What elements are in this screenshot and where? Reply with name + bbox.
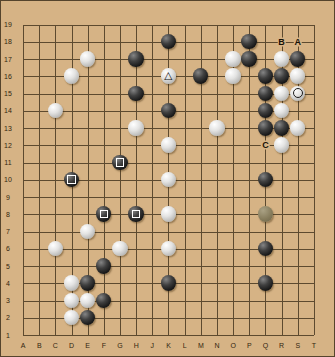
intersection-D19[interactable] — [63, 16, 79, 33]
intersection-P1[interactable] — [241, 327, 257, 344]
intersection-R13[interactable] — [274, 120, 290, 137]
intersection-O18[interactable] — [225, 33, 241, 50]
intersection-G19[interactable] — [112, 16, 128, 33]
intersection-H15[interactable] — [128, 85, 144, 102]
white-stone[interactable] — [48, 241, 63, 256]
intersection-E1[interactable] — [80, 327, 96, 344]
intersection-H3[interactable] — [128, 292, 144, 309]
intersection-S9[interactable] — [290, 189, 306, 206]
intersection-C14[interactable] — [47, 102, 63, 119]
black-stone[interactable] — [128, 206, 143, 221]
intersection-C12[interactable] — [47, 137, 63, 154]
intersection-Q2[interactable] — [257, 309, 273, 326]
intersection-A1[interactable] — [15, 327, 31, 344]
intersection-P17[interactable] — [241, 51, 257, 68]
intersection-Q14[interactable] — [257, 102, 273, 119]
intersection-S17[interactable] — [290, 51, 306, 68]
intersection-O12[interactable] — [225, 137, 241, 154]
intersection-O14[interactable] — [225, 102, 241, 119]
intersection-M2[interactable] — [193, 309, 209, 326]
intersection-Q8[interactable] — [257, 206, 273, 223]
intersection-P12[interactable] — [241, 137, 257, 154]
intersection-Q13[interactable] — [257, 120, 273, 137]
intersection-O4[interactable] — [225, 275, 241, 292]
intersection-T10[interactable] — [306, 171, 322, 188]
intersection-O6[interactable] — [225, 240, 241, 257]
intersection-B9[interactable] — [31, 189, 47, 206]
intersection-P16[interactable] — [241, 68, 257, 85]
intersection-J5[interactable] — [144, 258, 160, 275]
intersection-L16[interactable] — [177, 68, 193, 85]
intersection-C16[interactable] — [47, 68, 63, 85]
intersection-L15[interactable] — [177, 85, 193, 102]
intersection-H13[interactable] — [128, 120, 144, 137]
intersection-B7[interactable] — [31, 223, 47, 240]
intersection-S18[interactable]: A — [290, 33, 306, 50]
intersection-M16[interactable] — [193, 68, 209, 85]
intersection-G11[interactable] — [112, 154, 128, 171]
intersection-A10[interactable] — [15, 171, 31, 188]
intersection-K17[interactable] — [160, 51, 176, 68]
intersection-B4[interactable] — [31, 275, 47, 292]
intersection-R5[interactable] — [274, 258, 290, 275]
intersection-K18[interactable] — [160, 33, 176, 50]
intersection-J11[interactable] — [144, 154, 160, 171]
intersection-K13[interactable] — [160, 120, 176, 137]
intersection-E17[interactable] — [80, 51, 96, 68]
intersection-N6[interactable] — [209, 240, 225, 257]
white-stone[interactable] — [209, 120, 224, 135]
black-stone[interactable] — [112, 155, 127, 170]
intersection-O1[interactable] — [225, 327, 241, 344]
intersection-P13[interactable] — [241, 120, 257, 137]
intersection-D7[interactable] — [63, 223, 79, 240]
intersection-K12[interactable] — [160, 137, 176, 154]
intersection-J16[interactable] — [144, 68, 160, 85]
intersection-S16[interactable] — [290, 68, 306, 85]
intersection-L11[interactable] — [177, 154, 193, 171]
intersection-T1[interactable] — [306, 327, 322, 344]
intersection-J10[interactable] — [144, 171, 160, 188]
intersection-J4[interactable] — [144, 275, 160, 292]
intersection-T17[interactable] — [306, 51, 322, 68]
intersection-J18[interactable] — [144, 33, 160, 50]
intersection-S15[interactable] — [290, 85, 306, 102]
intersection-K15[interactable] — [160, 85, 176, 102]
intersection-T19[interactable] — [306, 16, 322, 33]
intersection-B15[interactable] — [31, 85, 47, 102]
intersection-M14[interactable] — [193, 102, 209, 119]
black-stone[interactable] — [241, 51, 256, 66]
black-stone[interactable] — [80, 310, 95, 325]
intersection-R3[interactable] — [274, 292, 290, 309]
intersection-K11[interactable] — [160, 154, 176, 171]
intersection-Q18[interactable] — [257, 33, 273, 50]
intersection-L5[interactable] — [177, 258, 193, 275]
intersection-G12[interactable] — [112, 137, 128, 154]
intersection-G16[interactable] — [112, 68, 128, 85]
intersection-T7[interactable] — [306, 223, 322, 240]
intersection-B3[interactable] — [31, 292, 47, 309]
intersection-H12[interactable] — [128, 137, 144, 154]
black-stone[interactable] — [258, 68, 273, 83]
intersection-Q1[interactable] — [257, 327, 273, 344]
intersection-N12[interactable] — [209, 137, 225, 154]
intersection-F13[interactable] — [96, 120, 112, 137]
intersection-N14[interactable] — [209, 102, 225, 119]
intersection-C1[interactable] — [47, 327, 63, 344]
intersection-S5[interactable] — [290, 258, 306, 275]
intersection-O19[interactable] — [225, 16, 241, 33]
intersection-E14[interactable] — [80, 102, 96, 119]
intersection-G3[interactable] — [112, 292, 128, 309]
intersection-M19[interactable] — [193, 16, 209, 33]
intersection-S8[interactable] — [290, 206, 306, 223]
intersection-A18[interactable] — [15, 33, 31, 50]
intersection-C4[interactable] — [47, 275, 63, 292]
intersection-P6[interactable] — [241, 240, 257, 257]
intersection-R15[interactable] — [274, 85, 290, 102]
intersection-F11[interactable] — [96, 154, 112, 171]
intersection-E5[interactable] — [80, 258, 96, 275]
intersection-O11[interactable] — [225, 154, 241, 171]
intersection-S3[interactable] — [290, 292, 306, 309]
black-stone[interactable] — [161, 275, 176, 290]
intersection-S4[interactable] — [290, 275, 306, 292]
intersection-J17[interactable] — [144, 51, 160, 68]
intersection-O7[interactable] — [225, 223, 241, 240]
intersection-R10[interactable] — [274, 171, 290, 188]
intersection-K1[interactable] — [160, 327, 176, 344]
intersection-G1[interactable] — [112, 327, 128, 344]
intersection-R16[interactable] — [274, 68, 290, 85]
intersection-J1[interactable] — [144, 327, 160, 344]
white-stone[interactable]: △ — [161, 68, 176, 83]
intersection-T18[interactable] — [306, 33, 322, 50]
intersection-L13[interactable] — [177, 120, 193, 137]
white-stone[interactable] — [274, 51, 289, 66]
intersection-H1[interactable] — [128, 327, 144, 344]
black-stone[interactable] — [258, 120, 273, 135]
intersection-E11[interactable] — [80, 154, 96, 171]
white-stone[interactable] — [64, 275, 79, 290]
intersection-E15[interactable] — [80, 85, 96, 102]
intersection-Q3[interactable] — [257, 292, 273, 309]
intersection-E9[interactable] — [80, 189, 96, 206]
intersection-K16[interactable]: △ — [160, 68, 176, 85]
black-stone[interactable] — [274, 68, 289, 83]
intersection-R18[interactable]: B — [274, 33, 290, 50]
black-stone[interactable] — [258, 241, 273, 256]
intersection-J3[interactable] — [144, 292, 160, 309]
intersection-J2[interactable] — [144, 309, 160, 326]
intersection-A19[interactable] — [15, 16, 31, 33]
intersection-G13[interactable] — [112, 120, 128, 137]
intersection-K9[interactable] — [160, 189, 176, 206]
intersection-E10[interactable] — [80, 171, 96, 188]
intersection-D12[interactable] — [63, 137, 79, 154]
intersection-S19[interactable] — [290, 16, 306, 33]
intersection-A7[interactable] — [15, 223, 31, 240]
white-stone[interactable] — [48, 103, 63, 118]
intersection-O13[interactable] — [225, 120, 241, 137]
intersection-M9[interactable] — [193, 189, 209, 206]
intersection-N8[interactable] — [209, 206, 225, 223]
intersection-P9[interactable] — [241, 189, 257, 206]
intersection-J15[interactable] — [144, 85, 160, 102]
intersection-P4[interactable] — [241, 275, 257, 292]
intersection-K5[interactable] — [160, 258, 176, 275]
intersection-B2[interactable] — [31, 309, 47, 326]
white-stone[interactable] — [128, 120, 143, 135]
intersection-A13[interactable] — [15, 120, 31, 137]
intersection-T6[interactable] — [306, 240, 322, 257]
intersection-J9[interactable] — [144, 189, 160, 206]
intersection-N16[interactable] — [209, 68, 225, 85]
intersection-H14[interactable] — [128, 102, 144, 119]
intersection-Q9[interactable] — [257, 189, 273, 206]
intersection-A9[interactable] — [15, 189, 31, 206]
intersection-L19[interactable] — [177, 16, 193, 33]
black-stone[interactable] — [258, 172, 273, 187]
intersection-G18[interactable] — [112, 33, 128, 50]
intersection-C13[interactable] — [47, 120, 63, 137]
intersection-B16[interactable] — [31, 68, 47, 85]
intersection-H19[interactable] — [128, 16, 144, 33]
black-stone[interactable] — [258, 86, 273, 101]
intersection-H6[interactable] — [128, 240, 144, 257]
intersection-K4[interactable] — [160, 275, 176, 292]
intersection-E13[interactable] — [80, 120, 96, 137]
intersection-A14[interactable] — [15, 102, 31, 119]
intersection-D8[interactable] — [63, 206, 79, 223]
intersection-B10[interactable] — [31, 171, 47, 188]
intersection-D18[interactable] — [63, 33, 79, 50]
white-stone[interactable] — [290, 68, 305, 83]
intersection-D13[interactable] — [63, 120, 79, 137]
intersection-D4[interactable] — [63, 275, 79, 292]
white-stone[interactable] — [64, 293, 79, 308]
white-stone[interactable] — [80, 51, 95, 66]
white-stone[interactable] — [290, 120, 305, 135]
intersection-B14[interactable] — [31, 102, 47, 119]
intersection-Q16[interactable] — [257, 68, 273, 85]
intersection-K8[interactable] — [160, 206, 176, 223]
intersection-E7[interactable] — [80, 223, 96, 240]
intersection-E2[interactable] — [80, 309, 96, 326]
intersection-F7[interactable] — [96, 223, 112, 240]
white-stone[interactable] — [64, 310, 79, 325]
intersection-N11[interactable] — [209, 154, 225, 171]
intersection-M13[interactable] — [193, 120, 209, 137]
intersection-G4[interactable] — [112, 275, 128, 292]
intersection-Q11[interactable] — [257, 154, 273, 171]
intersection-O15[interactable] — [225, 85, 241, 102]
intersection-P2[interactable] — [241, 309, 257, 326]
intersection-C3[interactable] — [47, 292, 63, 309]
intersection-G7[interactable] — [112, 223, 128, 240]
intersection-L9[interactable] — [177, 189, 193, 206]
intersection-F4[interactable] — [96, 275, 112, 292]
intersection-L6[interactable] — [177, 240, 193, 257]
intersection-A3[interactable] — [15, 292, 31, 309]
intersection-N13[interactable] — [209, 120, 225, 137]
intersection-T12[interactable] — [306, 137, 322, 154]
intersection-F5[interactable] — [96, 258, 112, 275]
intersection-T2[interactable] — [306, 309, 322, 326]
intersection-R1[interactable] — [274, 327, 290, 344]
intersection-E16[interactable] — [80, 68, 96, 85]
intersection-H17[interactable] — [128, 51, 144, 68]
intersection-S7[interactable] — [290, 223, 306, 240]
intersection-E12[interactable] — [80, 137, 96, 154]
intersection-E4[interactable] — [80, 275, 96, 292]
intersection-F17[interactable] — [96, 51, 112, 68]
intersection-C7[interactable] — [47, 223, 63, 240]
intersection-L2[interactable] — [177, 309, 193, 326]
intersection-Q10[interactable] — [257, 171, 273, 188]
intersection-R6[interactable] — [274, 240, 290, 257]
intersection-T9[interactable] — [306, 189, 322, 206]
intersection-M1[interactable] — [193, 327, 209, 344]
intersection-D9[interactable] — [63, 189, 79, 206]
intersection-L12[interactable] — [177, 137, 193, 154]
intersection-F12[interactable] — [96, 137, 112, 154]
intersection-P18[interactable] — [241, 33, 257, 50]
intersection-M15[interactable] — [193, 85, 209, 102]
intersection-J8[interactable] — [144, 206, 160, 223]
intersection-E19[interactable] — [80, 16, 96, 33]
intersection-N4[interactable] — [209, 275, 225, 292]
intersection-R14[interactable] — [274, 102, 290, 119]
intersection-B13[interactable] — [31, 120, 47, 137]
intersection-K2[interactable] — [160, 309, 176, 326]
intersection-F15[interactable] — [96, 85, 112, 102]
intersection-G5[interactable] — [112, 258, 128, 275]
intersection-O8[interactable] — [225, 206, 241, 223]
white-stone[interactable] — [274, 103, 289, 118]
intersection-P3[interactable] — [241, 292, 257, 309]
white-stone[interactable] — [64, 68, 79, 83]
intersection-F2[interactable] — [96, 309, 112, 326]
intersection-R8[interactable] — [274, 206, 290, 223]
intersection-D3[interactable] — [63, 292, 79, 309]
intersection-K7[interactable] — [160, 223, 176, 240]
intersection-S13[interactable] — [290, 120, 306, 137]
intersection-M12[interactable] — [193, 137, 209, 154]
intersection-Q19[interactable] — [257, 16, 273, 33]
intersection-F18[interactable] — [96, 33, 112, 50]
intersection-R11[interactable] — [274, 154, 290, 171]
intersection-H18[interactable] — [128, 33, 144, 50]
intersection-P5[interactable] — [241, 258, 257, 275]
black-stone[interactable] — [258, 275, 273, 290]
intersection-O16[interactable] — [225, 68, 241, 85]
intersection-J12[interactable] — [144, 137, 160, 154]
intersection-A8[interactable] — [15, 206, 31, 223]
intersection-K3[interactable] — [160, 292, 176, 309]
intersection-D16[interactable] — [63, 68, 79, 85]
intersection-P7[interactable] — [241, 223, 257, 240]
intersection-S2[interactable] — [290, 309, 306, 326]
intersection-O2[interactable] — [225, 309, 241, 326]
intersection-L17[interactable] — [177, 51, 193, 68]
intersection-F14[interactable] — [96, 102, 112, 119]
white-stone[interactable] — [274, 137, 289, 152]
intersection-A4[interactable] — [15, 275, 31, 292]
intersection-F9[interactable] — [96, 189, 112, 206]
intersection-C18[interactable] — [47, 33, 63, 50]
intersection-C2[interactable] — [47, 309, 63, 326]
intersection-R9[interactable] — [274, 189, 290, 206]
intersection-C8[interactable] — [47, 206, 63, 223]
intersection-K10[interactable] — [160, 171, 176, 188]
intersection-H10[interactable] — [128, 171, 144, 188]
intersection-D10[interactable] — [63, 171, 79, 188]
intersection-B5[interactable] — [31, 258, 47, 275]
intersection-M10[interactable] — [193, 171, 209, 188]
black-stone[interactable] — [96, 258, 111, 273]
intersection-N19[interactable] — [209, 16, 225, 33]
intersection-A12[interactable] — [15, 137, 31, 154]
intersection-H2[interactable] — [128, 309, 144, 326]
intersection-T5[interactable] — [306, 258, 322, 275]
intersection-P10[interactable] — [241, 171, 257, 188]
intersection-H7[interactable] — [128, 223, 144, 240]
intersection-A6[interactable] — [15, 240, 31, 257]
intersection-P15[interactable] — [241, 85, 257, 102]
intersection-M6[interactable] — [193, 240, 209, 257]
intersection-H11[interactable] — [128, 154, 144, 171]
intersection-G15[interactable] — [112, 85, 128, 102]
intersection-E3[interactable] — [80, 292, 96, 309]
intersection-G10[interactable] — [112, 171, 128, 188]
intersection-N17[interactable] — [209, 51, 225, 68]
white-stone[interactable] — [112, 241, 127, 256]
intersection-F6[interactable] — [96, 240, 112, 257]
intersection-C17[interactable] — [47, 51, 63, 68]
intersection-O10[interactable] — [225, 171, 241, 188]
intersection-R12[interactable] — [274, 137, 290, 154]
intersection-K6[interactable] — [160, 240, 176, 257]
white-stone[interactable] — [274, 86, 289, 101]
black-stone[interactable] — [161, 103, 176, 118]
intersection-L4[interactable] — [177, 275, 193, 292]
intersection-Q12[interactable]: C — [257, 137, 273, 154]
intersection-J13[interactable] — [144, 120, 160, 137]
black-stone[interactable] — [80, 275, 95, 290]
intersection-T3[interactable] — [306, 292, 322, 309]
intersection-N9[interactable] — [209, 189, 225, 206]
intersection-N7[interactable] — [209, 223, 225, 240]
intersection-G8[interactable] — [112, 206, 128, 223]
intersection-S12[interactable] — [290, 137, 306, 154]
intersection-L18[interactable] — [177, 33, 193, 50]
intersection-K14[interactable] — [160, 102, 176, 119]
intersection-T14[interactable] — [306, 102, 322, 119]
intersection-D1[interactable] — [63, 327, 79, 344]
intersection-N18[interactable] — [209, 33, 225, 50]
intersection-M4[interactable] — [193, 275, 209, 292]
intersection-Q4[interactable] — [257, 275, 273, 292]
intersection-B12[interactable] — [31, 137, 47, 154]
black-stone[interactable] — [96, 206, 111, 221]
intersection-H16[interactable] — [128, 68, 144, 85]
intersection-B17[interactable] — [31, 51, 47, 68]
intersection-J19[interactable] — [144, 16, 160, 33]
intersection-D14[interactable] — [63, 102, 79, 119]
intersection-L3[interactable] — [177, 292, 193, 309]
